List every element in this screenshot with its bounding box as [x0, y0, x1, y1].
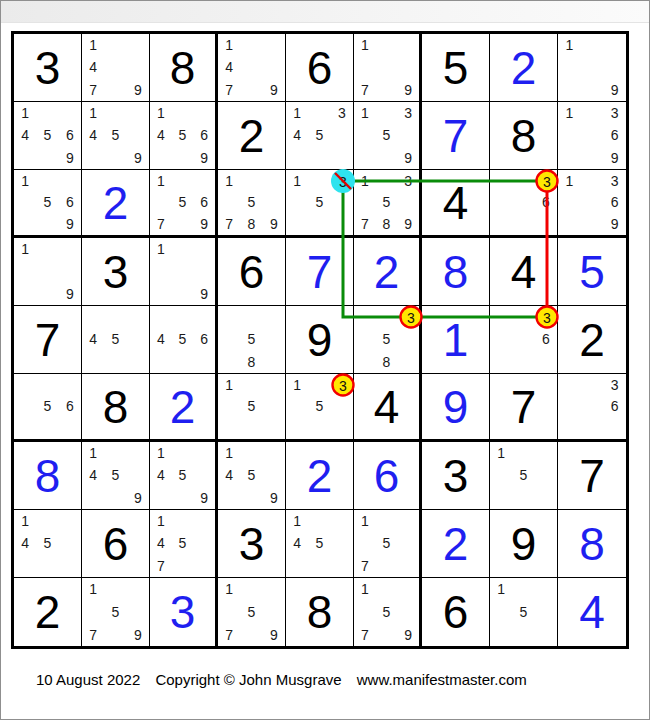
cell-r2c8[interactable]: 8: [490, 102, 558, 170]
candidate-slot-empty: [36, 102, 58, 124]
candidate-grid: 1579: [82, 578, 149, 646]
candidate-digit: 9: [263, 487, 285, 509]
candidate-slot-empty: [376, 510, 398, 532]
candidate-slot-empty: [535, 213, 557, 235]
given-digit: 6: [82, 510, 149, 577]
candidate-grid: 1457: [150, 510, 215, 577]
candidate-slot-empty: [36, 147, 58, 169]
candidate-digit: 9: [263, 623, 285, 646]
cell-r3c1[interactable]: 1569: [14, 170, 82, 238]
cell-r6c7[interactable]: 9: [422, 374, 490, 442]
given-digit: 4: [422, 170, 489, 235]
candidate-digit: 1: [14, 510, 36, 532]
candidate-slot-empty: [14, 417, 36, 439]
candidate-digit: 1: [354, 510, 376, 532]
candidate-grid: 15: [490, 442, 557, 509]
candidate-digit: 9: [397, 623, 419, 646]
candidate-slot-empty: [512, 578, 534, 601]
cell-r3c8[interactable]: 6: [490, 170, 558, 238]
candidate-slot-empty: [193, 510, 215, 532]
candidate-slot-empty: [36, 555, 58, 577]
cell-r5c6[interactable]: 58: [354, 306, 422, 374]
candidate-digit: 1: [82, 442, 104, 464]
candidate-digit: 1: [82, 34, 104, 56]
candidate-slot-empty: [603, 34, 626, 56]
cell-r6c3[interactable]: 2: [150, 374, 218, 442]
candidate-grid: 179: [354, 34, 419, 101]
candidate-slot-empty: [82, 306, 104, 328]
candidate-grid: 1479: [82, 34, 149, 101]
candidate-slot-empty: [354, 351, 376, 373]
candidate-digit: 9: [603, 79, 626, 101]
cell-r5c2[interactable]: 45: [82, 306, 150, 374]
cell-r1c5[interactable]: 6: [286, 34, 354, 102]
candidate-digit: 7: [218, 79, 240, 101]
candidate-slot-empty: [581, 192, 604, 214]
candidate-digit: 1: [150, 510, 172, 532]
candidate-slot-empty: [14, 260, 36, 282]
candidate-slot-empty: [218, 328, 240, 350]
candidate-slot-empty: [308, 374, 330, 396]
candidate-grid: 135789: [354, 170, 419, 235]
solved-digit: 3: [150, 578, 215, 646]
cell-r3c3[interactable]: 15679: [150, 170, 218, 238]
candidate-digit: 3: [397, 102, 419, 124]
given-digit: 4: [354, 374, 419, 439]
cell-r5c1[interactable]: 7: [14, 306, 82, 374]
candidate-digit: 5: [104, 124, 126, 146]
cell-r9c7[interactable]: 6: [422, 578, 490, 646]
candidate-slot-empty: [59, 102, 81, 124]
cell-r4c1[interactable]: 19: [14, 238, 82, 306]
candidate-grid: 1579: [354, 578, 419, 646]
cell-r7c1[interactable]: 8: [14, 442, 82, 510]
candidate-grid: 14569: [14, 102, 81, 169]
cell-r4c7[interactable]: 8: [422, 238, 490, 306]
given-digit: 5: [422, 34, 489, 101]
candidate-digit: 6: [193, 328, 215, 350]
cell-r4c4[interactable]: 6: [218, 238, 286, 306]
cell-r9c1[interactable]: 2: [14, 578, 82, 646]
candidate-slot-empty: [558, 79, 581, 101]
cell-r3c5[interactable]: 15: [286, 170, 354, 238]
candidate-slot-empty: [512, 442, 534, 464]
candidate-slot-empty: [581, 34, 604, 56]
candidate-slot-empty: [172, 213, 194, 235]
candidate-slot-empty: [490, 351, 512, 373]
cell-r4c8[interactable]: 4: [490, 238, 558, 306]
candidate-digit: 1: [218, 578, 240, 601]
candidate-digit: 9: [127, 147, 149, 169]
cell-r2c1[interactable]: 14569: [14, 102, 82, 170]
candidate-digit: 5: [240, 192, 262, 214]
cell-r2c7[interactable]: 7: [422, 102, 490, 170]
candidate-digit: 4: [82, 56, 104, 78]
cell-r8c7[interactable]: 2: [422, 510, 490, 578]
solved-digit: 4: [558, 578, 626, 646]
candidate-slot-empty: [331, 374, 353, 396]
candidate-slot-empty: [240, 79, 262, 101]
candidate-slot-empty: [104, 34, 126, 56]
candidate-slot-empty: [331, 417, 353, 439]
given-digit: 2: [218, 102, 285, 169]
candidate-slot-empty: [263, 396, 285, 418]
candidate-digit: 6: [535, 328, 557, 350]
cell-r5c8[interactable]: 6: [490, 306, 558, 374]
cell-r8c4[interactable]: 3: [218, 510, 286, 578]
candidate-digit: 9: [603, 213, 626, 235]
cell-r2c5[interactable]: 1345: [286, 102, 354, 170]
cell-r1c9[interactable]: 19: [558, 34, 626, 102]
candidate-slot-empty: [59, 170, 81, 192]
candidate-slot-empty: [354, 192, 376, 214]
candidate-slot-empty: [308, 417, 330, 439]
candidate-slot-empty: [397, 601, 419, 624]
candidate-slot-empty: [490, 213, 512, 235]
cell-r4c6[interactable]: 2: [354, 238, 422, 306]
candidate-slot-empty: [14, 555, 36, 577]
cell-r2c4[interactable]: 2: [218, 102, 286, 170]
candidate-digit: 6: [535, 192, 557, 214]
candidate-grid: 145: [286, 510, 353, 577]
cell-r9c4[interactable]: 1579: [218, 578, 286, 646]
candidate-digit: 1: [218, 374, 240, 396]
cell-r8c9[interactable]: 8: [558, 510, 626, 578]
candidate-digit: 6: [193, 124, 215, 146]
candidate-digit: 1: [286, 510, 308, 532]
candidate-slot-empty: [240, 623, 262, 646]
candidate-digit: 7: [218, 213, 240, 235]
given-digit: 4: [490, 238, 557, 305]
cell-r6c5[interactable]: 15: [286, 374, 354, 442]
candidate-slot-empty: [376, 56, 398, 78]
solved-digit: 2: [150, 374, 215, 439]
candidate-grid: 56: [14, 374, 81, 439]
candidate-slot-empty: [240, 442, 262, 464]
candidate-digit: 1: [558, 102, 581, 124]
candidate-slot-empty: [127, 102, 149, 124]
candidate-slot-empty: [36, 238, 58, 260]
candidate-slot-empty: [150, 283, 172, 305]
candidate-slot-empty: [193, 238, 215, 260]
cell-r9c5[interactable]: 8: [286, 578, 354, 646]
cell-r4c5[interactable]: 7: [286, 238, 354, 306]
candidate-digit: 4: [150, 464, 172, 486]
given-digit: 3: [218, 510, 285, 577]
cell-r6c8[interactable]: 7: [490, 374, 558, 442]
cell-r5c7[interactable]: 1: [422, 306, 490, 374]
candidate-digit: 6: [59, 396, 81, 418]
cell-r1c7[interactable]: 5: [422, 34, 490, 102]
cell-r7c5[interactable]: 2: [286, 442, 354, 510]
candidate-digit: 1: [14, 238, 36, 260]
candidate-slot-empty: [397, 532, 419, 554]
candidate-slot-empty: [354, 56, 376, 78]
candidate-grid: 15: [286, 374, 353, 439]
candidate-digit: 7: [354, 79, 376, 101]
candidate-slot-empty: [59, 260, 81, 282]
cell-r6c2[interactable]: 8: [82, 374, 150, 442]
candidate-digit: 7: [150, 213, 172, 235]
candidate-slot-empty: [14, 147, 36, 169]
candidate-slot-empty: [127, 124, 149, 146]
candidate-grid: 6: [490, 170, 557, 235]
candidate-slot-empty: [397, 124, 419, 146]
candidate-slot-empty: [286, 213, 308, 235]
given-digit: 7: [490, 374, 557, 439]
cell-r7c3[interactable]: 1459: [150, 442, 218, 510]
candidate-digit: 8: [240, 213, 262, 235]
candidate-slot-empty: [581, 170, 604, 192]
cell-r1c8[interactable]: 2: [490, 34, 558, 102]
candidate-grid: 15: [490, 578, 557, 646]
candidate-slot-empty: [490, 623, 512, 646]
cell-r8c6[interactable]: 157: [354, 510, 422, 578]
cell-r3c7[interactable]: 4: [422, 170, 490, 238]
cell-r3c4[interactable]: 15789: [218, 170, 286, 238]
candidate-digit: 9: [59, 283, 81, 305]
candidate-grid: 19: [150, 238, 215, 305]
cell-r4c3[interactable]: 19: [150, 238, 218, 306]
candidate-slot-empty: [535, 306, 557, 328]
given-digit: 6: [422, 578, 489, 646]
candidate-digit: 3: [397, 170, 419, 192]
cell-r3c9[interactable]: 1369: [558, 170, 626, 238]
candidate-slot-empty: [376, 79, 398, 101]
cell-r2c6[interactable]: 1359: [354, 102, 422, 170]
candidate-slot-empty: [14, 192, 36, 214]
solved-digit: 7: [286, 238, 353, 305]
cell-r2c9[interactable]: 1369: [558, 102, 626, 170]
candidate-slot-empty: [172, 102, 194, 124]
given-digit: 8: [286, 578, 353, 646]
cell-r8c3[interactable]: 1457: [150, 510, 218, 578]
cell-r7c4[interactable]: 1459: [218, 442, 286, 510]
candidate-slot-empty: [172, 238, 194, 260]
candidate-slot-empty: [150, 306, 172, 328]
candidate-slot-empty: [218, 396, 240, 418]
cell-r2c3[interactable]: 14569: [150, 102, 218, 170]
candidate-digit: 1: [150, 442, 172, 464]
candidate-grid: 15789: [218, 170, 285, 235]
candidate-slot-empty: [82, 351, 104, 373]
candidate-slot-empty: [490, 487, 512, 509]
candidate-slot-empty: [59, 374, 81, 396]
candidate-slot-empty: [172, 260, 194, 282]
candidate-digit: 1: [218, 442, 240, 464]
cell-r5c9[interactable]: 2: [558, 306, 626, 374]
candidate-slot-empty: [490, 328, 512, 350]
cell-r5c3[interactable]: 456: [150, 306, 218, 374]
candidate-digit: 3: [603, 374, 626, 396]
cell-r7c2[interactable]: 1459: [82, 442, 150, 510]
candidate-slot-empty: [376, 555, 398, 577]
candidate-digit: 5: [240, 328, 262, 350]
candidate-digit: 6: [59, 192, 81, 214]
cell-r9c9[interactable]: 4: [558, 578, 626, 646]
candidate-grid: 1459: [82, 102, 149, 169]
candidate-digit: 4: [218, 464, 240, 486]
candidate-slot-empty: [127, 34, 149, 56]
cell-r7c7[interactable]: 3: [422, 442, 490, 510]
cell-r8c5[interactable]: 145: [286, 510, 354, 578]
candidate-slot-empty: [535, 442, 557, 464]
candidate-slot-empty: [263, 56, 285, 78]
given-digit: 8: [150, 34, 215, 101]
candidate-digit: 9: [397, 213, 419, 235]
candidate-slot-empty: [127, 442, 149, 464]
candidate-slot-empty: [104, 56, 126, 78]
cell-r9c6[interactable]: 1579: [354, 578, 422, 646]
candidate-slot-empty: [263, 578, 285, 601]
candidate-slot-empty: [331, 124, 353, 146]
candidate-digit: 5: [376, 601, 398, 624]
candidate-slot-empty: [286, 396, 308, 418]
solved-digit: 2: [490, 34, 557, 101]
cell-r9c3[interactable]: 3: [150, 578, 218, 646]
candidate-slot-empty: [397, 578, 419, 601]
candidate-digit: 9: [397, 79, 419, 101]
cell-r6c9[interactable]: 36: [558, 374, 626, 442]
cell-r2c2[interactable]: 1459: [82, 102, 150, 170]
candidate-digit: 5: [36, 192, 58, 214]
footer: 10 August 2022 Copyright © John Musgrave…: [36, 671, 527, 688]
candidate-digit: 1: [490, 442, 512, 464]
candidate-grid: 36: [558, 374, 626, 439]
candidate-digit: 7: [82, 79, 104, 101]
solved-digit: 2: [82, 170, 149, 235]
cell-r1c2[interactable]: 1479: [82, 34, 150, 102]
given-digit: 3: [82, 238, 149, 305]
cell-r1c6[interactable]: 179: [354, 34, 422, 102]
cell-r3c6[interactable]: 135789: [354, 170, 422, 238]
candidate-digit: 5: [512, 464, 534, 486]
candidate-slot-empty: [263, 351, 285, 373]
candidate-slot-empty: [331, 396, 353, 418]
cell-r7c8[interactable]: 15: [490, 442, 558, 510]
candidate-slot-empty: [240, 417, 262, 439]
given-digit: 3: [14, 34, 81, 101]
candidate-digit: 9: [193, 283, 215, 305]
candidate-slot-empty: [490, 192, 512, 214]
candidate-digit: 1: [286, 102, 308, 124]
cell-r9c8[interactable]: 15: [490, 578, 558, 646]
candidate-grid: 19: [558, 34, 626, 101]
candidate-slot-empty: [127, 56, 149, 78]
cell-r3c2[interactable]: 2: [82, 170, 150, 238]
candidate-slot-empty: [397, 306, 419, 328]
candidate-slot-empty: [331, 213, 353, 235]
candidate-digit: 5: [172, 328, 194, 350]
candidate-grid: 58: [218, 306, 285, 373]
candidate-slot-empty: [172, 283, 194, 305]
candidate-digit: 9: [263, 79, 285, 101]
cell-r5c4[interactable]: 58: [218, 306, 286, 374]
candidate-slot-empty: [490, 601, 512, 624]
candidate-slot-empty: [535, 487, 557, 509]
candidate-slot-empty: [172, 555, 194, 577]
solved-digit: 8: [14, 442, 81, 509]
cell-r6c6[interactable]: 4: [354, 374, 422, 442]
candidate-slot-empty: [308, 555, 330, 577]
candidate-digit: 5: [376, 532, 398, 554]
candidate-slot-empty: [36, 283, 58, 305]
cell-r9c2[interactable]: 1579: [82, 578, 150, 646]
candidate-slot-empty: [240, 487, 262, 509]
candidate-slot-empty: [127, 351, 149, 373]
candidate-digit: 1: [150, 170, 172, 192]
candidate-grid: 1459: [218, 442, 285, 509]
candidate-slot-empty: [172, 306, 194, 328]
cell-r6c1[interactable]: 56: [14, 374, 82, 442]
candidate-digit: 9: [59, 213, 81, 235]
cell-r7c9[interactable]: 7: [558, 442, 626, 510]
candidate-slot-empty: [558, 417, 581, 439]
candidate-slot-empty: [218, 192, 240, 214]
candidate-digit: 6: [59, 124, 81, 146]
solved-digit: 6: [354, 442, 419, 509]
candidate-digit: 3: [331, 102, 353, 124]
candidate-digit: 9: [603, 147, 626, 169]
solved-digit: 5: [558, 238, 626, 305]
footer-website-link[interactable]: www.manifestmaster.com: [357, 671, 527, 688]
candidate-digit: 1: [14, 102, 36, 124]
candidate-slot-empty: [14, 374, 36, 396]
candidate-slot-empty: [376, 578, 398, 601]
candidate-grid: 45: [82, 306, 149, 373]
candidate-slot-empty: [240, 34, 262, 56]
candidate-slot-empty: [104, 306, 126, 328]
candidate-digit: 8: [240, 351, 262, 373]
candidate-digit: 4: [218, 56, 240, 78]
candidate-slot-empty: [240, 170, 262, 192]
candidate-slot-empty: [240, 374, 262, 396]
candidate-grid: 1579: [218, 578, 285, 646]
cell-r8c8[interactable]: 9: [490, 510, 558, 578]
candidate-digit: 9: [193, 487, 215, 509]
cell-r1c4[interactable]: 1479: [218, 34, 286, 102]
cell-r7c6[interactable]: 6: [354, 442, 422, 510]
candidate-digit: 7: [354, 555, 376, 577]
cell-r4c2[interactable]: 3: [82, 238, 150, 306]
candidate-slot-empty: [59, 510, 81, 532]
solved-digit: 2: [422, 510, 489, 577]
candidate-slot-empty: [36, 374, 58, 396]
candidate-slot-empty: [331, 170, 353, 192]
cell-r6c4[interactable]: 15: [218, 374, 286, 442]
candidate-slot-empty: [172, 487, 194, 509]
candidate-slot-empty: [581, 79, 604, 101]
cell-r8c1[interactable]: 145: [14, 510, 82, 578]
candidate-slot-empty: [193, 555, 215, 577]
candidate-digit: 8: [376, 213, 398, 235]
candidate-grid: 15: [218, 374, 285, 439]
cell-r4c9[interactable]: 5: [558, 238, 626, 306]
candidate-slot-empty: [490, 464, 512, 486]
candidate-slot-empty: [36, 260, 58, 282]
given-digit: 2: [14, 578, 81, 646]
cell-r5c5[interactable]: 9: [286, 306, 354, 374]
candidate-slot-empty: [263, 170, 285, 192]
solved-digit: 7: [422, 102, 489, 169]
cell-r1c1[interactable]: 3: [14, 34, 82, 102]
candidate-slot-empty: [308, 170, 330, 192]
candidate-slot-empty: [82, 601, 104, 624]
cell-r1c3[interactable]: 8: [150, 34, 218, 102]
candidate-digit: 6: [603, 396, 626, 418]
cell-r8c2[interactable]: 6: [82, 510, 150, 578]
candidate-digit: 9: [193, 147, 215, 169]
